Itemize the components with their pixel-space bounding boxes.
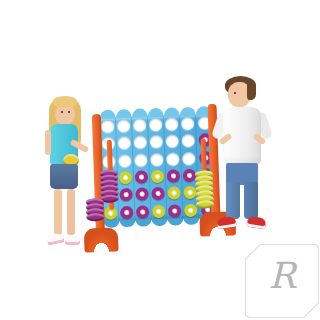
cell-r6-c2 [119, 203, 136, 221]
scene: R [0, 0, 320, 320]
cell-r3-c4 [149, 150, 166, 168]
girl-leg-right [67, 189, 75, 235]
cell-r2-c5 [164, 133, 181, 151]
empty-hole [134, 136, 147, 149]
cell-r3-c6 [181, 149, 198, 167]
scallop [183, 218, 199, 226]
empty-hole [182, 134, 195, 147]
cell-r1-c3 [132, 116, 149, 134]
boy-shoe-right [246, 216, 266, 230]
purple-disc [168, 204, 181, 217]
empty-hole [118, 154, 131, 167]
empty-hole [181, 117, 194, 130]
empty-hole [149, 118, 162, 131]
connect-four-set [80, 103, 237, 250]
cell-r5-c4 [150, 185, 167, 203]
cell-r2-c4 [148, 133, 165, 151]
boy-hair-side [247, 84, 256, 100]
cell-r4-c4 [150, 168, 167, 186]
empty-hole [150, 135, 163, 148]
yellow-ring-stack-pole [195, 170, 214, 209]
girl-hair-fringe [53, 96, 77, 107]
purple-disc [167, 169, 180, 182]
empty-hole [182, 152, 195, 165]
cell-r1-c5 [164, 115, 181, 133]
yellow-ring [196, 200, 214, 209]
yellow-disc [152, 205, 165, 218]
cell-r1-c2 [116, 117, 133, 135]
cell-r6-c4 [151, 202, 168, 220]
cell-r3-c5 [165, 150, 182, 168]
boy-eye [234, 92, 236, 94]
empty-hole [117, 119, 130, 132]
cell-r1-c1 [100, 117, 117, 135]
cell-r5-c5 [166, 184, 183, 202]
cell-r1-c6 [180, 115, 197, 133]
scallop [151, 219, 167, 227]
cell-r2-c6 [180, 132, 197, 150]
boy-shoe-left [216, 216, 236, 230]
girl-leg-left [54, 189, 62, 235]
cell-r4-c5 [166, 167, 183, 185]
cell-r6-c5 [167, 202, 184, 220]
girl-arm-left [45, 130, 51, 155]
girl-eye-right [68, 111, 70, 113]
cell-r2-c2 [117, 134, 134, 152]
empty-hole [101, 120, 114, 133]
cell-r5-c2 [118, 186, 135, 204]
empty-hole [165, 117, 178, 130]
girl-eye-left [61, 111, 63, 113]
cell-r3-c2 [117, 152, 134, 170]
purple-disc [120, 206, 133, 219]
scallop [167, 218, 183, 226]
yellow-disc [151, 170, 164, 183]
empty-hole [134, 153, 147, 166]
purple-disc [135, 171, 148, 184]
scallop [135, 219, 151, 227]
scallop [119, 220, 135, 228]
yellow-disc [167, 187, 180, 200]
boy-leg-left [226, 182, 240, 219]
purple-disc [119, 188, 132, 201]
purple-disc [135, 188, 148, 201]
purple-disc [151, 187, 164, 200]
purple-disc [136, 205, 149, 218]
empty-hole [150, 153, 163, 166]
cell-r5-c3 [134, 186, 151, 204]
boy-leg-right [244, 182, 258, 219]
empty-hole [166, 152, 179, 165]
empty-hole [118, 136, 131, 149]
cell-r4-c3 [134, 168, 151, 186]
cell-r2-c3 [132, 134, 149, 152]
empty-hole [133, 119, 146, 132]
cell-r6-c3 [135, 203, 152, 221]
cell-r4-c2 [118, 169, 135, 187]
girl-figure [40, 94, 92, 252]
cell-r3-c3 [133, 151, 150, 169]
boy-figure [214, 76, 272, 234]
scallop [103, 220, 119, 228]
watermark-letter: R [245, 256, 319, 296]
watermark-badge: R [245, 244, 319, 318]
yellow-disc [119, 171, 132, 184]
girl-shoe-left [46, 232, 65, 245]
cell-r1-c4 [148, 116, 165, 134]
empty-hole [166, 135, 179, 148]
girl-shoe-right [65, 235, 80, 245]
girl-shorts [50, 164, 78, 189]
